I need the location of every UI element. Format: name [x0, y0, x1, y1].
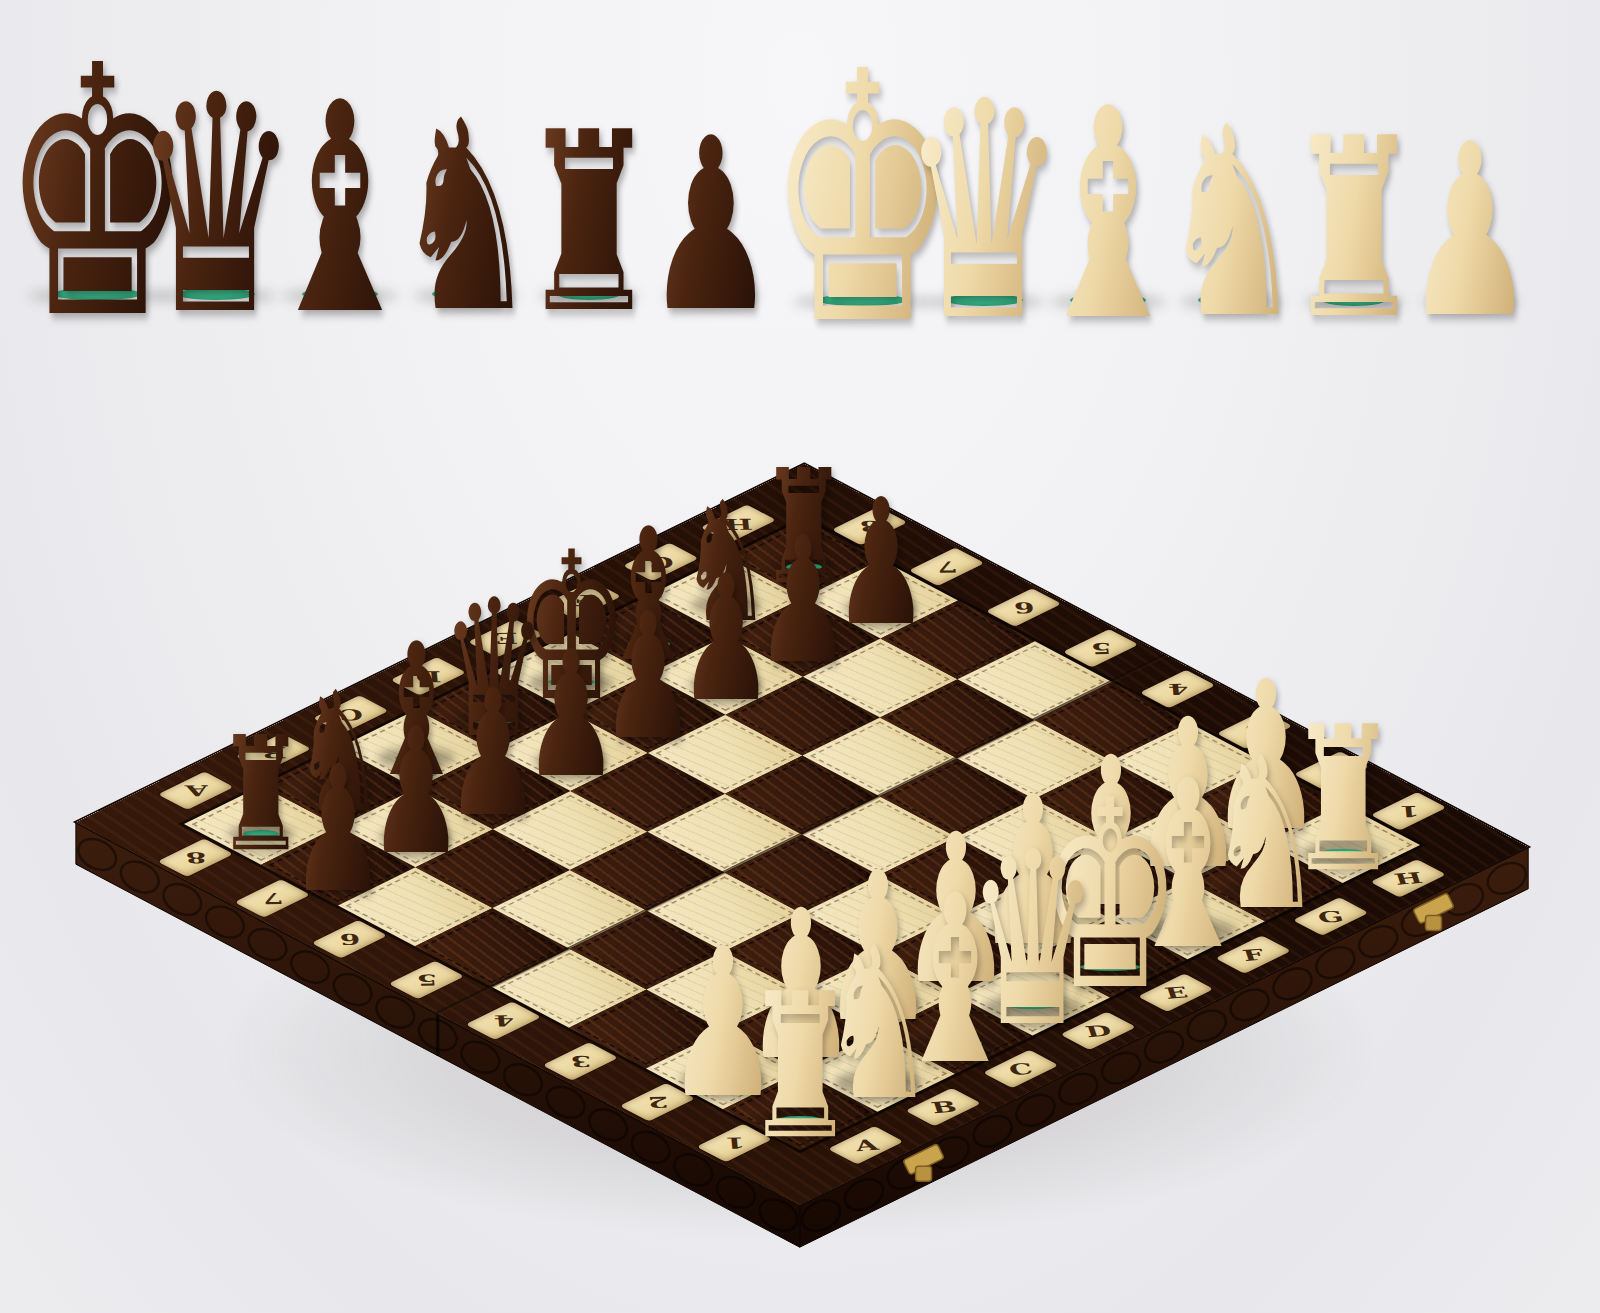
rank-label-1-left-text: 1 [723, 1135, 745, 1150]
product-photo-stage: AABBCCDDEEFFGGHH1122334455667788 ♜♞♟♝♟♚♟… [0, 0, 1600, 1313]
file-label-f-near: F [1215, 935, 1291, 973]
rank-label-7-right-text: 7 [936, 559, 958, 574]
file-label-d-near-text: D [1083, 1022, 1113, 1039]
file-label-h-far-text: H [724, 516, 753, 531]
file-label-f-near-text: F [1240, 946, 1266, 962]
file-label-g-far-text: G [647, 554, 674, 569]
file-label-d-far-text: D [415, 669, 442, 684]
file-label-g-near-text: G [1316, 908, 1346, 925]
file-label-a-near-text: A [852, 1137, 880, 1154]
rank-label-4-right-text: 4 [1167, 681, 1189, 696]
rank-label-7-left-text: 7 [261, 891, 283, 906]
file-label-a-near: A [828, 1126, 904, 1164]
file-label-h-near: H [1370, 859, 1446, 897]
file-label-f-far-text: F [572, 592, 594, 607]
rank-label-5-left-text: 5 [415, 972, 437, 987]
file-label-d-near: D [1060, 1012, 1136, 1050]
file-label-b-near-text: B [928, 1099, 958, 1116]
file-label-e-near: E [1138, 974, 1214, 1012]
rank-label-4-left-text: 4 [492, 1013, 514, 1028]
rank-label-8-left-text: 8 [184, 850, 206, 865]
rank-label-6-right-text: 6 [1013, 600, 1035, 615]
file-label-e-far-text: E [494, 631, 518, 646]
rank-label-3-left-text: 3 [569, 1054, 591, 1069]
rank-label-5-right-text: 5 [1090, 641, 1112, 656]
rank-label-1-right-text: 1 [1398, 804, 1420, 819]
file-label-b-near: B [905, 1088, 981, 1126]
rank-label-3-right-text: 3 [1244, 722, 1266, 737]
rank-label-8-right-text: 8 [859, 518, 881, 533]
file-label-c-far-text: C [338, 707, 363, 722]
file-label-c-near-text: C [1007, 1061, 1035, 1078]
file-label-g-near: G [1293, 897, 1369, 935]
file-label-a-far-text: A [184, 783, 208, 798]
file-label-c-near: C [983, 1050, 1059, 1088]
file-label-e-near-text: E [1162, 984, 1189, 1001]
rank-label-6-left-text: 6 [338, 932, 360, 947]
rank-label-2-right-text: 2 [1321, 763, 1343, 778]
file-label-h-near-text: H [1392, 870, 1424, 887]
file-label-b-far-text: B [260, 745, 286, 760]
rank-label-2-left-text: 2 [646, 1095, 668, 1110]
